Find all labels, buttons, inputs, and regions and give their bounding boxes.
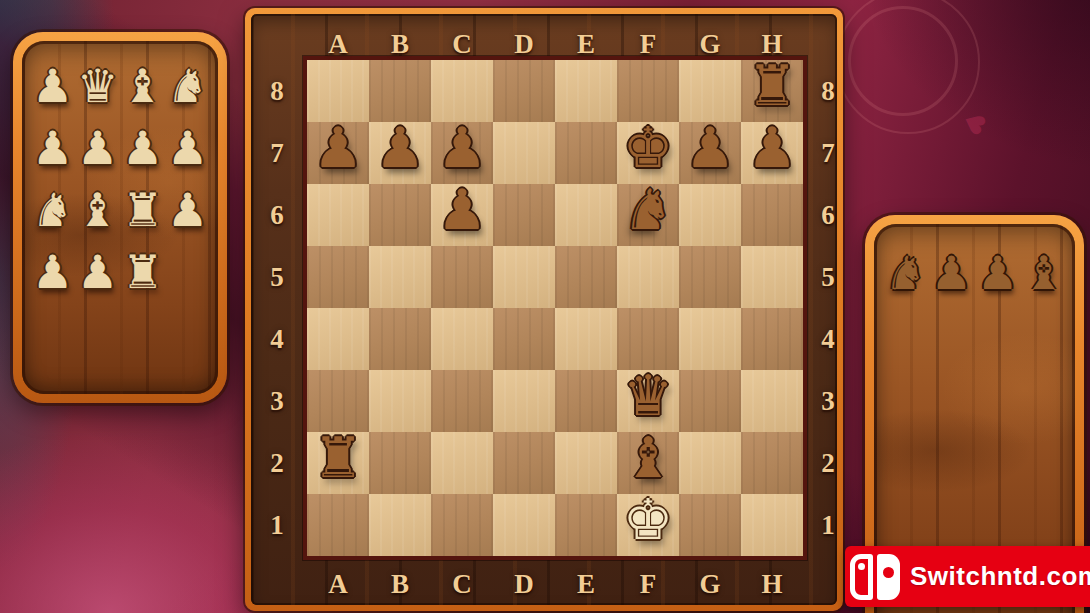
square-d4[interactable] bbox=[493, 308, 555, 370]
captured-black-pawn: ♟ bbox=[931, 250, 972, 296]
file-label-g: G bbox=[679, 562, 741, 605]
chess-board: ♜♟♟♟♚♟♟♟♞♛♜♝♚ bbox=[303, 56, 807, 560]
nintendo-switch-icon bbox=[850, 554, 902, 599]
rank-label-8: 8 bbox=[255, 60, 299, 122]
square-b2[interactable] bbox=[369, 432, 431, 494]
square-f5[interactable] bbox=[617, 246, 679, 308]
rank-label-3: 3 bbox=[807, 370, 837, 432]
rank-label-1: 1 bbox=[807, 494, 837, 556]
rank-label-5: 5 bbox=[807, 246, 837, 308]
square-a8[interactable] bbox=[307, 60, 369, 122]
square-g3[interactable] bbox=[679, 370, 741, 432]
square-c1[interactable] bbox=[431, 494, 493, 556]
captured-white-pieces: ♟♛♝♞♟♟♟♟♞♝♜♟♟♟♜ bbox=[22, 41, 218, 303]
captured-white-pawn: ♟ bbox=[167, 187, 208, 233]
rank-label-4: 4 bbox=[807, 308, 837, 370]
piece-black-pawn[interactable]: ♟ bbox=[313, 120, 363, 176]
square-c2[interactable] bbox=[431, 432, 493, 494]
square-e3[interactable] bbox=[555, 370, 617, 432]
square-f4[interactable] bbox=[617, 308, 679, 370]
board-grid: ♜♟♟♟♚♟♟♟♞♛♜♝♚ bbox=[307, 60, 803, 556]
piece-black-pawn[interactable]: ♟ bbox=[437, 120, 487, 176]
file-label-c: C bbox=[431, 562, 493, 605]
square-f6[interactable]: ♞ bbox=[617, 184, 679, 246]
square-b6[interactable] bbox=[369, 184, 431, 246]
square-a7[interactable]: ♟ bbox=[307, 122, 369, 184]
game-screen: ♥ ♟♛♝♞♟♟♟♟♞♝♜♟♟♟♜ ABCDEFGH ABCDEFGH 8765… bbox=[0, 0, 1090, 613]
file-labels-bottom: ABCDEFGH bbox=[307, 562, 803, 605]
piece-black-knight[interactable]: ♞ bbox=[623, 182, 673, 238]
square-a4[interactable] bbox=[307, 308, 369, 370]
rank-label-6: 6 bbox=[255, 184, 299, 246]
captured-white-pawn: ♟ bbox=[32, 125, 73, 171]
captured-white-rook: ♜ bbox=[122, 187, 163, 233]
joycon-right-icon bbox=[877, 554, 900, 600]
piece-black-rook[interactable]: ♜ bbox=[747, 58, 797, 114]
square-a3[interactable] bbox=[307, 370, 369, 432]
square-f7[interactable]: ♚ bbox=[617, 122, 679, 184]
watermark-banner: Switchntd.com bbox=[845, 546, 1090, 607]
piece-black-pawn[interactable]: ♟ bbox=[437, 182, 487, 238]
captured-white-tray: ♟♛♝♞♟♟♟♟♞♝♜♟♟♟♜ bbox=[13, 32, 227, 403]
captured-black-bishop: ♝ bbox=[1023, 250, 1064, 296]
piece-black-queen[interactable]: ♛ bbox=[623, 368, 673, 424]
file-label-e: E bbox=[555, 562, 617, 605]
square-b8[interactable] bbox=[369, 60, 431, 122]
square-f3[interactable]: ♛ bbox=[617, 370, 679, 432]
piece-black-pawn[interactable]: ♟ bbox=[375, 120, 425, 176]
square-c3[interactable] bbox=[431, 370, 493, 432]
rank-labels-left: 87654321 bbox=[255, 60, 299, 556]
captured-white-pawn: ♟ bbox=[32, 63, 73, 109]
square-c5[interactable] bbox=[431, 246, 493, 308]
captured-white-pawn: ♟ bbox=[167, 125, 208, 171]
square-a6[interactable] bbox=[307, 184, 369, 246]
captured-black-pawn: ♟ bbox=[977, 250, 1018, 296]
rank-label-1: 1 bbox=[255, 494, 299, 556]
square-e4[interactable] bbox=[555, 308, 617, 370]
chess-board-frame-wood: ABCDEFGH ABCDEFGH 87654321 87654321 ♜♟♟♟… bbox=[251, 14, 837, 605]
square-h4[interactable] bbox=[741, 308, 803, 370]
square-g4[interactable] bbox=[679, 308, 741, 370]
square-g1[interactable] bbox=[679, 494, 741, 556]
captured-white-knight: ♞ bbox=[32, 187, 73, 233]
file-label-f: F bbox=[617, 562, 679, 605]
captured-white-tray-wood: ♟♛♝♞♟♟♟♟♞♝♜♟♟♟♜ bbox=[22, 41, 218, 394]
chess-board-frame: ABCDEFGH ABCDEFGH 87654321 87654321 ♜♟♟♟… bbox=[245, 8, 843, 611]
piece-black-pawn[interactable]: ♟ bbox=[685, 120, 735, 176]
piece-black-pawn[interactable]: ♟ bbox=[747, 120, 797, 176]
square-b4[interactable] bbox=[369, 308, 431, 370]
square-d6[interactable] bbox=[493, 184, 555, 246]
piece-black-bishop[interactable]: ♝ bbox=[623, 430, 673, 486]
file-label-a: A bbox=[307, 562, 369, 605]
captured-white-pawn: ♟ bbox=[32, 249, 73, 295]
captured-white-bishop: ♝ bbox=[122, 63, 163, 109]
captured-black-knight: ♞ bbox=[885, 250, 926, 296]
square-g6[interactable] bbox=[679, 184, 741, 246]
square-g5[interactable] bbox=[679, 246, 741, 308]
square-a1[interactable] bbox=[307, 494, 369, 556]
square-d1[interactable] bbox=[493, 494, 555, 556]
square-e6[interactable] bbox=[555, 184, 617, 246]
square-b3[interactable] bbox=[369, 370, 431, 432]
square-d3[interactable] bbox=[493, 370, 555, 432]
joycon-left-icon bbox=[850, 554, 873, 600]
file-label-d: D bbox=[493, 26, 555, 62]
captured-black-pieces: ♞♟♟♝ bbox=[874, 224, 1075, 306]
square-e7[interactable] bbox=[555, 122, 617, 184]
square-h7[interactable]: ♟ bbox=[741, 122, 803, 184]
square-c7[interactable]: ♟ bbox=[431, 122, 493, 184]
rank-label-6: 6 bbox=[807, 184, 837, 246]
square-h1[interactable] bbox=[741, 494, 803, 556]
square-d7[interactable] bbox=[493, 122, 555, 184]
square-h6[interactable] bbox=[741, 184, 803, 246]
file-label-a: A bbox=[307, 26, 369, 62]
square-a5[interactable] bbox=[307, 246, 369, 308]
square-h2[interactable] bbox=[741, 432, 803, 494]
rank-label-2: 2 bbox=[255, 432, 299, 494]
square-e5[interactable] bbox=[555, 246, 617, 308]
file-labels-top: ABCDEFGH bbox=[307, 26, 803, 62]
rank-label-2: 2 bbox=[807, 432, 837, 494]
square-b7[interactable]: ♟ bbox=[369, 122, 431, 184]
square-f8[interactable] bbox=[617, 60, 679, 122]
rank-label-4: 4 bbox=[255, 308, 299, 370]
square-g8[interactable] bbox=[679, 60, 741, 122]
rank-label-8: 8 bbox=[807, 60, 837, 122]
square-e8[interactable] bbox=[555, 60, 617, 122]
square-h3[interactable] bbox=[741, 370, 803, 432]
square-e1[interactable] bbox=[555, 494, 617, 556]
square-h5[interactable] bbox=[741, 246, 803, 308]
square-d2[interactable] bbox=[493, 432, 555, 494]
captured-white-queen: ♛ bbox=[77, 63, 118, 109]
captured-white-knight: ♞ bbox=[167, 63, 208, 109]
square-b1[interactable] bbox=[369, 494, 431, 556]
square-f1[interactable]: ♚ bbox=[617, 494, 679, 556]
captured-white-bishop: ♝ bbox=[77, 187, 118, 233]
file-label-g: G bbox=[679, 26, 741, 62]
square-c8[interactable] bbox=[431, 60, 493, 122]
captured-white-rook: ♜ bbox=[122, 249, 163, 295]
piece-black-king[interactable]: ♚ bbox=[623, 120, 673, 176]
captured-white-pawn: ♟ bbox=[122, 125, 163, 171]
captured-white-pawn: ♟ bbox=[77, 249, 118, 295]
rank-label-5: 5 bbox=[255, 246, 299, 308]
file-label-d: D bbox=[493, 562, 555, 605]
square-h8[interactable]: ♜ bbox=[741, 60, 803, 122]
rank-labels-right: 87654321 bbox=[807, 60, 837, 556]
square-g2[interactable] bbox=[679, 432, 741, 494]
rank-label-3: 3 bbox=[255, 370, 299, 432]
rank-label-7: 7 bbox=[255, 122, 299, 184]
file-label-c: C bbox=[431, 26, 493, 62]
file-label-b: B bbox=[369, 26, 431, 62]
file-label-f: F bbox=[617, 26, 679, 62]
square-c6[interactable]: ♟ bbox=[431, 184, 493, 246]
square-a2[interactable]: ♜ bbox=[307, 432, 369, 494]
file-label-b: B bbox=[369, 562, 431, 605]
square-f2[interactable]: ♝ bbox=[617, 432, 679, 494]
square-d5[interactable] bbox=[493, 246, 555, 308]
rank-label-7: 7 bbox=[807, 122, 837, 184]
file-label-e: E bbox=[555, 26, 617, 62]
square-g7[interactable]: ♟ bbox=[679, 122, 741, 184]
piece-white-king[interactable]: ♚ bbox=[623, 492, 673, 548]
square-e2[interactable] bbox=[555, 432, 617, 494]
square-c4[interactable] bbox=[431, 308, 493, 370]
piece-black-rook[interactable]: ♜ bbox=[313, 430, 363, 486]
file-label-h: H bbox=[741, 562, 803, 605]
watermark-text: Switchntd.com bbox=[910, 561, 1090, 592]
square-b5[interactable] bbox=[369, 246, 431, 308]
square-d8[interactable] bbox=[493, 60, 555, 122]
captured-white-pawn: ♟ bbox=[77, 125, 118, 171]
